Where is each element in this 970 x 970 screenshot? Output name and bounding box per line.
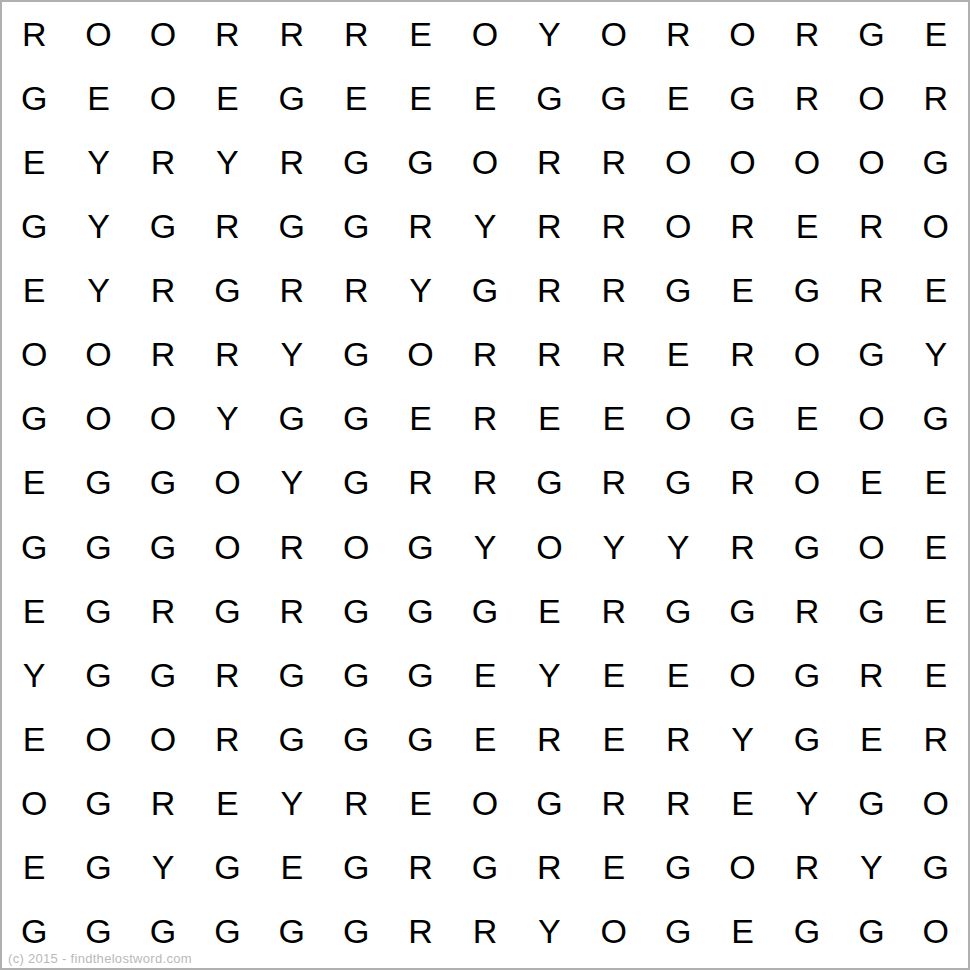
grid-cell[interactable]: E bbox=[904, 643, 968, 707]
grid-cell[interactable]: Y bbox=[517, 643, 581, 707]
grid-cell[interactable]: E bbox=[582, 386, 646, 450]
grid-cell[interactable]: E bbox=[517, 579, 581, 643]
grid-cell[interactable]: E bbox=[2, 835, 66, 899]
grid-cell[interactable]: R bbox=[131, 579, 195, 643]
grid-cell[interactable]: G bbox=[260, 707, 324, 771]
grid-cell[interactable]: G bbox=[453, 579, 517, 643]
grid-cell[interactable]: O bbox=[131, 707, 195, 771]
grid-cell[interactable]: G bbox=[195, 579, 259, 643]
grid-cell[interactable]: E bbox=[646, 66, 710, 130]
grid-cell[interactable]: Y bbox=[66, 130, 130, 194]
grid-cell[interactable]: G bbox=[904, 130, 968, 194]
grid-cell[interactable]: E bbox=[324, 66, 388, 130]
grid-cell[interactable]: G bbox=[324, 707, 388, 771]
grid-cell[interactable]: R bbox=[324, 258, 388, 322]
grid-cell[interactable]: G bbox=[260, 643, 324, 707]
grid-cell[interactable]: O bbox=[904, 771, 968, 835]
grid-cell[interactable]: R bbox=[453, 450, 517, 514]
grid-cell[interactable]: O bbox=[131, 66, 195, 130]
grid-cell[interactable]: R bbox=[517, 707, 581, 771]
grid-cell[interactable]: G bbox=[839, 771, 903, 835]
grid-cell[interactable]: O bbox=[839, 386, 903, 450]
grid-cell[interactable]: E bbox=[2, 130, 66, 194]
grid-cell[interactable]: Y bbox=[453, 515, 517, 579]
grid-cell[interactable]: O bbox=[517, 515, 581, 579]
grid-cell[interactable]: G bbox=[388, 130, 452, 194]
grid-cell[interactable]: R bbox=[904, 66, 968, 130]
grid-cell[interactable]: O bbox=[646, 386, 710, 450]
grid-cell[interactable]: R bbox=[453, 386, 517, 450]
grid-cell[interactable]: G bbox=[260, 899, 324, 963]
grid-cell[interactable]: G bbox=[324, 322, 388, 386]
grid-cell[interactable]: O bbox=[66, 2, 130, 66]
grid-cell[interactable]: R bbox=[775, 66, 839, 130]
grid-cell[interactable]: R bbox=[260, 2, 324, 66]
grid-cell[interactable]: O bbox=[904, 194, 968, 258]
grid-cell[interactable]: R bbox=[195, 322, 259, 386]
grid-cell[interactable]: R bbox=[839, 258, 903, 322]
grid-cell[interactable]: R bbox=[775, 2, 839, 66]
grid-cell[interactable]: R bbox=[131, 771, 195, 835]
grid-cell[interactable]: E bbox=[904, 2, 968, 66]
grid-cell[interactable]: E bbox=[582, 835, 646, 899]
grid-cell[interactable]: E bbox=[517, 386, 581, 450]
grid-cell[interactable]: O bbox=[195, 515, 259, 579]
grid-cell[interactable]: G bbox=[775, 707, 839, 771]
grid-cell[interactable]: Y bbox=[2, 643, 66, 707]
grid-cell[interactable]: G bbox=[324, 643, 388, 707]
grid-cell[interactable]: E bbox=[775, 386, 839, 450]
grid-cell[interactable]: R bbox=[582, 322, 646, 386]
grid-cell[interactable]: R bbox=[775, 579, 839, 643]
grid-cell[interactable]: O bbox=[839, 130, 903, 194]
grid-cell[interactable]: O bbox=[904, 899, 968, 963]
grid-cell[interactable]: E bbox=[2, 579, 66, 643]
grid-cell[interactable]: E bbox=[646, 643, 710, 707]
grid-cell[interactable]: Y bbox=[195, 386, 259, 450]
grid-cell[interactable]: O bbox=[775, 322, 839, 386]
grid-cell[interactable]: E bbox=[775, 194, 839, 258]
grid-cell[interactable]: E bbox=[388, 771, 452, 835]
grid-cell[interactable]: R bbox=[2, 2, 66, 66]
grid-cell[interactable]: R bbox=[646, 2, 710, 66]
grid-cell[interactable]: Y bbox=[388, 258, 452, 322]
grid-cell[interactable]: E bbox=[646, 322, 710, 386]
grid-cell[interactable]: G bbox=[646, 835, 710, 899]
grid-cell[interactable]: R bbox=[904, 707, 968, 771]
grid-cell[interactable]: G bbox=[517, 66, 581, 130]
grid-cell[interactable]: G bbox=[66, 515, 130, 579]
grid-cell[interactable]: O bbox=[66, 322, 130, 386]
grid-cell[interactable]: G bbox=[582, 66, 646, 130]
grid-cell[interactable]: R bbox=[324, 771, 388, 835]
grid-cell[interactable]: Y bbox=[66, 258, 130, 322]
grid-cell[interactable]: R bbox=[710, 322, 774, 386]
grid-cell[interactable]: G bbox=[66, 579, 130, 643]
grid-cell[interactable]: Y bbox=[904, 322, 968, 386]
grid-cell[interactable]: G bbox=[517, 450, 581, 514]
word-search-board: ROORRREOYORORGEGEOEGEEEGGEGROREYRYRGGORR… bbox=[0, 0, 970, 970]
grid-cell[interactable]: O bbox=[775, 130, 839, 194]
grid-cell[interactable]: R bbox=[260, 130, 324, 194]
grid-cell[interactable]: R bbox=[195, 194, 259, 258]
grid-cell[interactable]: E bbox=[2, 707, 66, 771]
grid-cell[interactable]: E bbox=[582, 707, 646, 771]
grid-cell[interactable]: G bbox=[646, 579, 710, 643]
grid-cell[interactable]: R bbox=[388, 835, 452, 899]
grid-cell[interactable]: G bbox=[388, 579, 452, 643]
grid-cell[interactable]: G bbox=[517, 771, 581, 835]
grid-cell[interactable]: G bbox=[66, 835, 130, 899]
grid-cell[interactable]: G bbox=[775, 643, 839, 707]
grid-cell[interactable]: G bbox=[904, 835, 968, 899]
grid-cell[interactable]: G bbox=[2, 194, 66, 258]
grid-cell[interactable]: R bbox=[388, 450, 452, 514]
grid-cell[interactable]: G bbox=[324, 450, 388, 514]
grid-cell[interactable]: O bbox=[582, 899, 646, 963]
grid-cell[interactable]: O bbox=[646, 130, 710, 194]
grid-cell[interactable]: G bbox=[775, 258, 839, 322]
grid-cell[interactable]: O bbox=[453, 2, 517, 66]
grid-cell[interactable]: G bbox=[66, 643, 130, 707]
grid-cell[interactable]: R bbox=[195, 707, 259, 771]
grid-cell[interactable]: R bbox=[260, 258, 324, 322]
grid-cell[interactable]: G bbox=[260, 386, 324, 450]
grid-cell[interactable]: Y bbox=[517, 2, 581, 66]
grid-cell[interactable]: G bbox=[324, 899, 388, 963]
grid-cell[interactable]: Y bbox=[517, 899, 581, 963]
grid-cell[interactable]: E bbox=[904, 515, 968, 579]
grid-cell[interactable]: R bbox=[710, 194, 774, 258]
grid-cell[interactable]: E bbox=[260, 835, 324, 899]
grid-cell[interactable]: G bbox=[195, 835, 259, 899]
copyright-text: (c) 2015 - findthelostword.com bbox=[8, 951, 192, 966]
grid-cell[interactable]: Y bbox=[710, 707, 774, 771]
grid-cell[interactable]: R bbox=[775, 835, 839, 899]
grid-cell[interactable]: G bbox=[260, 66, 324, 130]
grid-cell[interactable]: R bbox=[517, 194, 581, 258]
grid-cell[interactable]: G bbox=[195, 258, 259, 322]
grid-cell[interactable]: G bbox=[453, 258, 517, 322]
grid-cell[interactable]: O bbox=[66, 386, 130, 450]
grid-cell[interactable]: R bbox=[260, 579, 324, 643]
grid-cell[interactable]: G bbox=[839, 2, 903, 66]
grid-cell[interactable]: G bbox=[66, 450, 130, 514]
grid-cell[interactable]: R bbox=[582, 130, 646, 194]
grid-cell[interactable]: G bbox=[2, 66, 66, 130]
grid-cell[interactable]: O bbox=[710, 643, 774, 707]
grid-cell[interactable]: R bbox=[517, 322, 581, 386]
grid-cell[interactable]: Y bbox=[582, 515, 646, 579]
grid-cell[interactable]: O bbox=[2, 322, 66, 386]
grid-cell[interactable]: G bbox=[388, 707, 452, 771]
grid-cell[interactable]: O bbox=[839, 66, 903, 130]
grid-cell[interactable]: G bbox=[646, 258, 710, 322]
grid-cell[interactable]: Y bbox=[260, 450, 324, 514]
grid-cell[interactable]: R bbox=[388, 194, 452, 258]
grid-cell[interactable]: O bbox=[388, 322, 452, 386]
grid-cell[interactable]: E bbox=[904, 579, 968, 643]
grid-cell[interactable]: G bbox=[388, 515, 452, 579]
grid-cell[interactable]: G bbox=[839, 579, 903, 643]
grid-cell[interactable]: E bbox=[388, 2, 452, 66]
grid-cell[interactable]: E bbox=[839, 707, 903, 771]
grid-cell[interactable]: Y bbox=[260, 771, 324, 835]
grid-cell[interactable]: E bbox=[66, 66, 130, 130]
grid-cell[interactable]: O bbox=[453, 130, 517, 194]
grid-cell[interactable]: O bbox=[710, 130, 774, 194]
grid-cell[interactable]: G bbox=[324, 386, 388, 450]
grid-cell[interactable]: R bbox=[131, 258, 195, 322]
grid-cell[interactable]: R bbox=[839, 194, 903, 258]
grid-cell[interactable]: O bbox=[2, 771, 66, 835]
grid-cell[interactable]: G bbox=[2, 386, 66, 450]
grid-cell[interactable]: E bbox=[453, 707, 517, 771]
grid-cell[interactable]: R bbox=[517, 835, 581, 899]
grid-cell[interactable]: Y bbox=[195, 130, 259, 194]
grid-cell[interactable]: G bbox=[646, 450, 710, 514]
grid-cell[interactable]: Y bbox=[646, 515, 710, 579]
grid-cell[interactable]: O bbox=[710, 2, 774, 66]
grid-cell[interactable]: O bbox=[710, 835, 774, 899]
grid-cell[interactable]: R bbox=[582, 194, 646, 258]
grid-cell[interactable]: R bbox=[582, 258, 646, 322]
grid-cell[interactable]: O bbox=[131, 386, 195, 450]
grid-cell[interactable]: Y bbox=[839, 835, 903, 899]
grid-cell[interactable]: E bbox=[453, 643, 517, 707]
grid-cell[interactable]: O bbox=[195, 450, 259, 514]
grid-cell[interactable]: E bbox=[904, 258, 968, 322]
grid-cell[interactable]: O bbox=[131, 2, 195, 66]
grid-cell[interactable]: R bbox=[710, 515, 774, 579]
grid-cell[interactable]: G bbox=[710, 386, 774, 450]
grid-cell[interactable]: G bbox=[260, 194, 324, 258]
grid-cell[interactable]: G bbox=[324, 130, 388, 194]
grid-cell[interactable]: G bbox=[453, 835, 517, 899]
grid-cell[interactable]: G bbox=[131, 194, 195, 258]
grid-cell[interactable]: R bbox=[839, 643, 903, 707]
grid-cell[interactable]: O bbox=[775, 450, 839, 514]
grid-cell[interactable]: E bbox=[388, 66, 452, 130]
grid-cell[interactable]: R bbox=[131, 322, 195, 386]
grid-cell[interactable]: E bbox=[904, 450, 968, 514]
grid-cell[interactable]: R bbox=[453, 322, 517, 386]
grid-cell[interactable]: R bbox=[582, 579, 646, 643]
grid-cell[interactable]: E bbox=[839, 450, 903, 514]
grid-cell[interactable]: E bbox=[388, 386, 452, 450]
grid-cell[interactable]: O bbox=[646, 194, 710, 258]
grid-cell[interactable]: G bbox=[131, 643, 195, 707]
letter-grid: ROORRREOYORORGEGEOEGEEEGGEGROREYRYRGGORR… bbox=[2, 2, 968, 963]
grid-cell[interactable]: G bbox=[2, 515, 66, 579]
grid-cell[interactable]: E bbox=[195, 66, 259, 130]
grid-cell[interactable]: O bbox=[839, 515, 903, 579]
grid-cell[interactable]: G bbox=[195, 899, 259, 963]
grid-cell[interactable]: E bbox=[710, 258, 774, 322]
grid-cell[interactable]: R bbox=[582, 771, 646, 835]
grid-cell[interactable]: E bbox=[710, 899, 774, 963]
grid-cell[interactable]: R bbox=[710, 450, 774, 514]
grid-cell[interactable]: Y bbox=[66, 194, 130, 258]
grid-cell[interactable]: G bbox=[324, 835, 388, 899]
grid-cell[interactable]: G bbox=[131, 515, 195, 579]
grid-cell[interactable]: G bbox=[131, 450, 195, 514]
grid-cell[interactable]: R bbox=[453, 899, 517, 963]
grid-cell[interactable]: R bbox=[517, 258, 581, 322]
grid-cell[interactable]: E bbox=[2, 258, 66, 322]
grid-cell[interactable]: R bbox=[195, 2, 259, 66]
grid-cell[interactable]: O bbox=[582, 2, 646, 66]
grid-cell[interactable]: R bbox=[260, 515, 324, 579]
grid-cell[interactable]: R bbox=[517, 130, 581, 194]
grid-cell[interactable]: E bbox=[2, 450, 66, 514]
grid-cell[interactable]: R bbox=[646, 771, 710, 835]
grid-cell[interactable]: Y bbox=[453, 194, 517, 258]
grid-cell[interactable]: O bbox=[66, 707, 130, 771]
grid-cell[interactable]: E bbox=[710, 771, 774, 835]
grid-cell[interactable]: G bbox=[775, 899, 839, 963]
grid-cell[interactable]: G bbox=[710, 579, 774, 643]
grid-cell[interactable]: R bbox=[646, 707, 710, 771]
grid-cell[interactable]: E bbox=[195, 771, 259, 835]
grid-cell[interactable]: G bbox=[388, 643, 452, 707]
grid-cell[interactable]: G bbox=[775, 515, 839, 579]
grid-cell[interactable]: G bbox=[66, 771, 130, 835]
grid-cell[interactable]: G bbox=[904, 386, 968, 450]
grid-cell[interactable]: O bbox=[324, 515, 388, 579]
grid-cell[interactable]: R bbox=[324, 2, 388, 66]
grid-cell[interactable]: E bbox=[453, 66, 517, 130]
grid-cell[interactable]: G bbox=[646, 899, 710, 963]
grid-cell[interactable]: R bbox=[131, 130, 195, 194]
grid-cell[interactable]: G bbox=[839, 322, 903, 386]
grid-cell[interactable]: O bbox=[453, 771, 517, 835]
grid-cell[interactable]: G bbox=[839, 899, 903, 963]
grid-cell[interactable]: E bbox=[582, 643, 646, 707]
grid-cell[interactable]: G bbox=[324, 579, 388, 643]
grid-cell[interactable]: R bbox=[388, 899, 452, 963]
grid-cell[interactable]: R bbox=[582, 450, 646, 514]
grid-cell[interactable]: R bbox=[195, 643, 259, 707]
grid-cell[interactable]: Y bbox=[260, 322, 324, 386]
grid-cell[interactable]: Y bbox=[131, 835, 195, 899]
grid-cell[interactable]: G bbox=[710, 66, 774, 130]
grid-cell[interactable]: G bbox=[324, 194, 388, 258]
grid-cell[interactable]: Y bbox=[775, 771, 839, 835]
